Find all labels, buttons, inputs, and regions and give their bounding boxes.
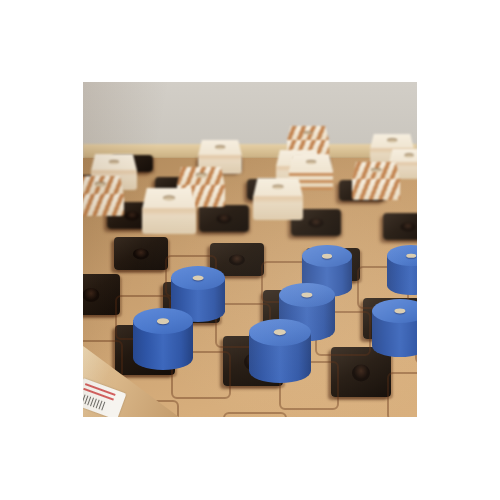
cylinder-peg-dot	[274, 330, 286, 336]
cylinder-peg-dot	[406, 253, 416, 258]
dark-square[interactable]	[199, 205, 249, 232]
light-square-groove	[387, 372, 417, 417]
cube-peg-dot	[387, 139, 397, 143]
cube-front-face	[83, 194, 124, 216]
blue-cylinder-piece[interactable]	[387, 245, 417, 295]
peg-hole	[125, 211, 140, 220]
peg-hole	[133, 248, 149, 259]
peg-hole	[309, 218, 324, 227]
dark-square[interactable]	[383, 213, 417, 240]
light-square-groove	[223, 412, 287, 417]
cylinder-peg-dot	[322, 254, 332, 259]
natural-cube-piece[interactable]	[83, 176, 124, 216]
board-photo	[83, 82, 417, 417]
natural-cube-piece[interactable]	[352, 162, 400, 200]
natural-cube-piece[interactable]	[253, 178, 303, 220]
dark-square[interactable]	[114, 237, 168, 270]
natural-cube-piece[interactable]	[142, 188, 196, 234]
blue-cylinder-piece[interactable]	[133, 308, 193, 370]
cube-peg-dot	[306, 160, 316, 164]
blue-cylinder-piece[interactable]	[372, 299, 417, 357]
peg-hole	[217, 215, 232, 224]
blue-cylinder-piece[interactable]	[249, 319, 311, 383]
cube-peg-dot	[273, 185, 284, 190]
cube-peg-dot	[215, 145, 225, 149]
peg-hole	[83, 288, 100, 302]
cube-peg-dot	[109, 160, 119, 164]
cube-peg-dot	[303, 131, 312, 135]
cylinder-peg-dot	[157, 318, 169, 324]
peg-hole	[401, 222, 416, 231]
peg-hole	[229, 254, 245, 265]
cube-front-face	[352, 179, 400, 200]
cube-front-face	[253, 196, 303, 220]
photo-canvas	[0, 0, 500, 500]
cube-peg-dot	[371, 168, 382, 172]
cylinder-peg-dot	[193, 275, 204, 280]
cube-peg-dot	[163, 195, 175, 200]
peg-hole	[352, 364, 370, 381]
cube-front-face	[142, 208, 196, 234]
